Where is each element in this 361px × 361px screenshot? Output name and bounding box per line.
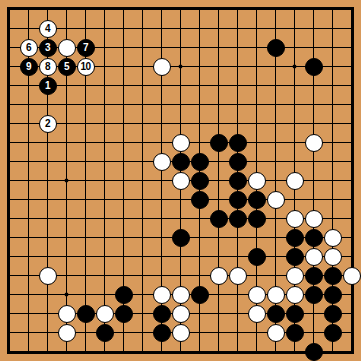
black-stone (172, 153, 190, 171)
black-stone (115, 305, 133, 323)
white-stone (343, 267, 361, 285)
go-board[interactable]: 46379851012 (0, 0, 361, 361)
black-stone (248, 210, 266, 228)
white-stone (286, 210, 304, 228)
black-stone-move-9: 9 (20, 58, 38, 76)
white-stone (153, 286, 171, 304)
white-stone (172, 134, 190, 152)
white-stone (58, 305, 76, 323)
white-stone (286, 172, 304, 190)
white-stone (286, 267, 304, 285)
white-stone (172, 286, 190, 304)
white-stone (153, 58, 171, 76)
black-stone (96, 324, 114, 342)
white-stone (229, 267, 247, 285)
black-stone (248, 248, 266, 266)
black-stone (324, 286, 342, 304)
black-stone (267, 305, 285, 323)
black-stone (267, 39, 285, 57)
white-stone (248, 172, 266, 190)
black-stone-move-5: 5 (58, 58, 76, 76)
white-stone (172, 172, 190, 190)
black-stone (305, 267, 323, 285)
black-stone (172, 229, 190, 247)
black-stone (210, 134, 228, 152)
white-stone (58, 324, 76, 342)
black-stone (229, 172, 247, 190)
black-stone (153, 324, 171, 342)
black-stone (286, 229, 304, 247)
black-stone (229, 153, 247, 171)
black-stone (305, 229, 323, 247)
black-stone (248, 191, 266, 209)
white-stone (305, 210, 323, 228)
black-stone (191, 191, 209, 209)
white-stone (153, 153, 171, 171)
white-stone (267, 191, 285, 209)
white-stone (58, 39, 76, 57)
white-stone (96, 305, 114, 323)
black-stone (229, 191, 247, 209)
white-stone (39, 267, 57, 285)
black-stone (115, 286, 133, 304)
black-stone-move-1: 1 (39, 77, 57, 95)
black-stone (229, 134, 247, 152)
black-stone (286, 324, 304, 342)
black-stone (153, 305, 171, 323)
black-stone (286, 248, 304, 266)
white-stone (305, 134, 323, 152)
black-stone (305, 286, 323, 304)
black-stone (191, 286, 209, 304)
white-stone-move-8: 8 (39, 58, 57, 76)
white-stone-move-10: 10 (77, 58, 95, 76)
black-stone-move-3: 3 (39, 39, 57, 57)
black-stone (324, 305, 342, 323)
white-stone (286, 286, 304, 304)
black-stone (305, 58, 323, 76)
black-stone (324, 324, 342, 342)
white-stone (267, 324, 285, 342)
white-stone-move-2: 2 (39, 115, 57, 133)
white-stone (305, 248, 323, 266)
white-stone (248, 305, 266, 323)
black-stone (191, 153, 209, 171)
black-stone (191, 172, 209, 190)
white-stone (172, 305, 190, 323)
white-stone (172, 324, 190, 342)
black-stone (305, 343, 323, 361)
white-stone (324, 229, 342, 247)
white-stone (324, 248, 342, 266)
black-stone (286, 305, 304, 323)
white-stone (248, 286, 266, 304)
black-stone (77, 305, 95, 323)
white-stone-move-4: 4 (39, 20, 57, 38)
black-stone (229, 210, 247, 228)
white-stone-move-6: 6 (20, 39, 38, 57)
white-stone (210, 267, 228, 285)
white-stone (267, 286, 285, 304)
black-stone (210, 210, 228, 228)
black-stone (324, 267, 342, 285)
stones-layer: 46379851012 (0, 0, 361, 361)
black-stone-move-7: 7 (77, 39, 95, 57)
